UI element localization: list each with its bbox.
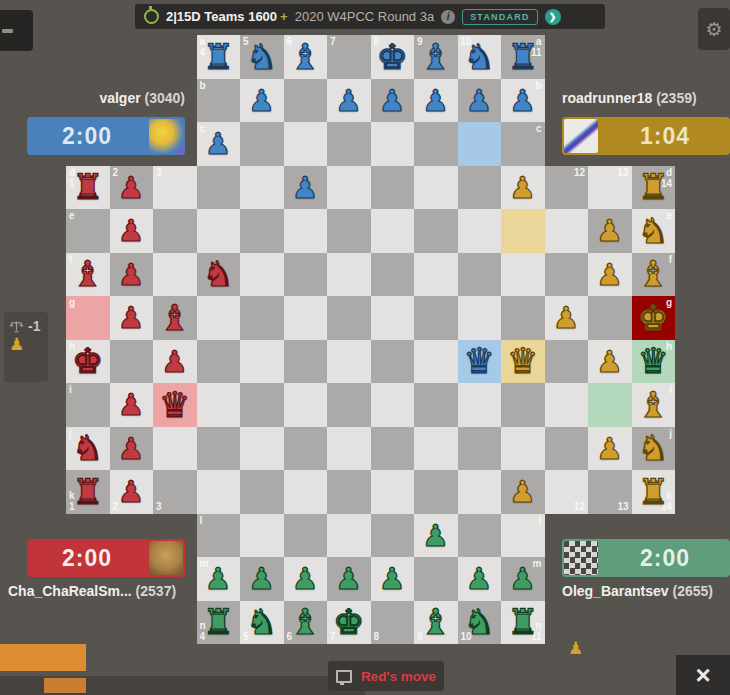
square-g11[interactable] — [501, 296, 545, 340]
green-bishop[interactable]: ♝ — [284, 601, 328, 645]
square-d2[interactable]: 2♟ — [110, 166, 154, 210]
red-rook[interactable]: ♜ — [66, 166, 110, 210]
square-k2[interactable]: 2♟ — [110, 470, 154, 514]
square-k6[interactable] — [284, 470, 328, 514]
yellow-queen[interactable]: ♛ — [501, 340, 545, 384]
close-button[interactable]: × — [676, 655, 730, 695]
square-l8[interactable] — [371, 514, 415, 558]
info-icon[interactable]: i — [441, 10, 455, 24]
event-name: 2020 W4PCC Round 3a — [295, 9, 434, 24]
square-d10[interactable] — [458, 166, 502, 210]
square-d4[interactable] — [197, 166, 241, 210]
blue-pawn[interactable]: ♟ — [414, 79, 458, 123]
yellow-pawn[interactable]: ♟ — [545, 296, 589, 340]
square-n5[interactable]: 5♞ — [240, 601, 284, 645]
square-i10[interactable] — [458, 383, 502, 427]
square-b11[interactable]: b♟ — [501, 79, 545, 123]
square-m5[interactable]: ♟ — [240, 557, 284, 601]
yellow-pawn[interactable]: ♟ — [501, 470, 545, 514]
square-g6[interactable] — [284, 296, 328, 340]
rating-plus: + — [280, 9, 288, 24]
square-j6[interactable] — [284, 427, 328, 471]
green-pawn[interactable]: ♟ — [458, 557, 502, 601]
square-g14[interactable]: g♚ — [632, 296, 676, 340]
blue-pawn[interactable]: ♟ — [501, 79, 545, 123]
square-h12[interactable] — [545, 340, 589, 384]
square-e9[interactable] — [414, 209, 458, 253]
scales-icon — [9, 320, 24, 333]
square-i12[interactable] — [545, 383, 589, 427]
square-c6[interactable] — [284, 122, 328, 166]
blue-pawn[interactable]: ♟ — [458, 79, 502, 123]
square-n7[interactable]: 7♚ — [327, 601, 371, 645]
coordinate-label: c — [536, 124, 542, 134]
green-pawn[interactable]: ♟ — [327, 557, 371, 601]
coordinate-label: 8 — [374, 632, 380, 642]
square-e8[interactable] — [371, 209, 415, 253]
square-h4[interactable] — [197, 340, 241, 384]
red-pawn[interactable]: ♟ — [110, 427, 154, 471]
square-k11[interactable]: ♟ — [501, 470, 545, 514]
square-a5[interactable]: 5♞ — [240, 35, 284, 79]
timer-icon — [144, 9, 159, 24]
square-l10[interactable] — [458, 514, 502, 558]
square-j10[interactable] — [458, 427, 502, 471]
square-n11[interactable]: n11♜ — [501, 601, 545, 645]
square-n10[interactable]: 10♞ — [458, 601, 502, 645]
red-bishop[interactable]: ♝ — [153, 296, 197, 340]
square-j8[interactable] — [371, 427, 415, 471]
square-f12[interactable] — [545, 253, 589, 297]
square-a7[interactable]: 7 — [327, 35, 371, 79]
square-j7[interactable] — [327, 427, 371, 471]
square-m9[interactable] — [414, 557, 458, 601]
square-h6[interactable] — [284, 340, 328, 384]
coordinate-label: b — [200, 81, 206, 91]
blue-pawn[interactable]: ♟ — [371, 79, 415, 123]
close-icon: × — [695, 660, 710, 691]
square-f14[interactable]: f♝ — [632, 253, 676, 297]
green-pawn[interactable]: ♟ — [284, 557, 328, 601]
square-m7[interactable]: ♟ — [327, 557, 371, 601]
chevron-right-icon[interactable]: ❯ — [545, 9, 561, 25]
turn-label: Red's move — [361, 669, 436, 684]
square-i7[interactable] — [327, 383, 371, 427]
square-g8[interactable] — [371, 296, 415, 340]
square-n8[interactable]: 8 — [371, 601, 415, 645]
green-rook[interactable]: ♜ — [197, 601, 241, 645]
square-i4[interactable] — [197, 383, 241, 427]
square-n9[interactable]: 9♝ — [414, 601, 458, 645]
square-g1[interactable]: g — [66, 296, 110, 340]
standard-badge: STANDARD — [462, 9, 537, 25]
square-j4[interactable] — [197, 427, 241, 471]
square-m10[interactable]: ♟ — [458, 557, 502, 601]
square-j14[interactable]: j♞ — [632, 427, 676, 471]
square-i13[interactable] — [588, 383, 632, 427]
square-k5[interactable] — [240, 470, 284, 514]
material-score: -1 — [28, 318, 40, 334]
square-f13[interactable]: ♟ — [588, 253, 632, 297]
blue-pawn[interactable]: ♟ — [240, 79, 284, 123]
square-m8[interactable]: ♟ — [371, 557, 415, 601]
red-pawn[interactable]: ♟ — [110, 166, 154, 210]
square-f10[interactable] — [458, 253, 502, 297]
square-e5[interactable] — [240, 209, 284, 253]
square-h5[interactable] — [240, 340, 284, 384]
green-bishop[interactable]: ♝ — [414, 601, 458, 645]
square-k3[interactable]: 3 — [153, 470, 197, 514]
square-k13[interactable]: 13 — [588, 470, 632, 514]
blue-pawn[interactable]: ♟ — [197, 122, 241, 166]
square-e1[interactable]: e — [66, 209, 110, 253]
bottom-panel-fragment — [0, 676, 365, 695]
square-e4[interactable] — [197, 209, 241, 253]
blue-bishop[interactable]: ♝ — [284, 35, 328, 79]
square-m4[interactable]: m♟ — [197, 557, 241, 601]
square-c4[interactable]: c♟ — [197, 122, 241, 166]
game-info-bar: 2|15D Teams 1600 + 2020 W4PCC Round 3a i… — [135, 4, 605, 29]
square-c7[interactable] — [327, 122, 371, 166]
red-pawn[interactable]: ♟ — [110, 296, 154, 340]
square-f6[interactable] — [284, 253, 328, 297]
coordinate-label: 7 — [330, 37, 336, 47]
square-a9[interactable]: 9♝ — [414, 35, 458, 79]
square-l7[interactable] — [327, 514, 371, 558]
square-f8[interactable] — [371, 253, 415, 297]
yellow-bishop[interactable]: ♝ — [632, 253, 676, 297]
square-m6[interactable]: ♟ — [284, 557, 328, 601]
square-h11[interactable]: ♛ — [501, 340, 545, 384]
blue-rook[interactable]: ♜ — [197, 35, 241, 79]
yellow-king[interactable]: ♚ — [632, 296, 676, 340]
square-d12[interactable]: 12 — [545, 166, 589, 210]
square-h8[interactable] — [371, 340, 415, 384]
yellow-knight[interactable]: ♞ — [632, 209, 676, 253]
square-c11[interactable]: c — [501, 122, 545, 166]
green-queen[interactable]: ♛ — [632, 340, 676, 384]
yellow-pawn-icon: ♟ — [568, 638, 583, 658]
red-pawn[interactable]: ♟ — [110, 383, 154, 427]
red-queen[interactable]: ♛ — [153, 383, 197, 427]
square-d7[interactable] — [327, 166, 371, 210]
square-g13[interactable] — [588, 296, 632, 340]
square-k8[interactable] — [371, 470, 415, 514]
square-d3[interactable]: 3 — [153, 166, 197, 210]
square-d13[interactable]: 13 — [588, 166, 632, 210]
red-knight[interactable]: ♞ — [66, 427, 110, 471]
square-f9[interactable] — [414, 253, 458, 297]
coordinate-label: 12 — [574, 168, 585, 178]
red-rook[interactable]: ♜ — [66, 470, 110, 514]
yellow-pawn[interactable]: ♟ — [588, 340, 632, 384]
blue-bishop[interactable]: ♝ — [414, 35, 458, 79]
square-a6[interactable]: 6♝ — [284, 35, 328, 79]
monitor-icon — [336, 670, 352, 683]
coordinate-label: l — [200, 516, 203, 526]
square-f3[interactable] — [153, 253, 197, 297]
red-pawn[interactable]: ♟ — [110, 209, 154, 253]
square-n6[interactable]: 6♝ — [284, 601, 328, 645]
yellow-pawn[interactable]: ♟ — [588, 253, 632, 297]
square-l9[interactable]: ♟ — [414, 514, 458, 558]
square-d6[interactable]: ♟ — [284, 166, 328, 210]
square-g4[interactable] — [197, 296, 241, 340]
green-pawn[interactable]: ♟ — [414, 514, 458, 558]
square-k1[interactable]: k1♜ — [66, 470, 110, 514]
square-f2[interactable]: ♟ — [110, 253, 154, 297]
coordinate-label: i — [69, 385, 72, 395]
square-b7[interactable]: ♟ — [327, 79, 371, 123]
square-g9[interactable] — [414, 296, 458, 340]
square-i14[interactable]: i♝ — [632, 383, 676, 427]
square-i2[interactable]: ♟ — [110, 383, 154, 427]
square-d5[interactable] — [240, 166, 284, 210]
chat-panel-fragment[interactable] — [0, 644, 86, 671]
square-g10[interactable] — [458, 296, 502, 340]
square-c9[interactable] — [414, 122, 458, 166]
square-n4[interactable]: n4♜ — [197, 601, 241, 645]
yellow-rook[interactable]: ♜ — [632, 470, 676, 514]
square-a11[interactable]: a11♜ — [501, 35, 545, 79]
settings-button[interactable]: ⚙ — [698, 8, 730, 50]
green-knight[interactable]: ♞ — [458, 601, 502, 645]
square-a10[interactable]: 10♞ — [458, 35, 502, 79]
square-k10[interactable] — [458, 470, 502, 514]
green-rook[interactable]: ♜ — [501, 601, 545, 645]
square-d8[interactable] — [371, 166, 415, 210]
square-g7[interactable] — [327, 296, 371, 340]
coordinate-label: 12 — [574, 502, 585, 512]
minus-icon — [2, 29, 13, 33]
square-e11[interactable] — [501, 209, 545, 253]
captured-yellow-pawn-icon: ♟ — [9, 334, 43, 354]
square-i8[interactable] — [371, 383, 415, 427]
square-e6[interactable] — [284, 209, 328, 253]
yellow-pawn[interactable]: ♟ — [501, 166, 545, 210]
coordinate-label: 13 — [617, 502, 628, 512]
square-i5[interactable] — [240, 383, 284, 427]
red-king[interactable]: ♚ — [66, 340, 110, 384]
square-l6[interactable] — [284, 514, 328, 558]
yellow-knight[interactable]: ♞ — [632, 427, 676, 471]
square-f1[interactable]: f♝ — [66, 253, 110, 297]
red-pawn[interactable]: ♟ — [110, 470, 154, 514]
square-j11[interactable] — [501, 427, 545, 471]
collapse-panel-button[interactable] — [0, 10, 33, 51]
square-e10[interactable] — [458, 209, 502, 253]
square-e12[interactable] — [545, 209, 589, 253]
square-e13[interactable]: ♟ — [588, 209, 632, 253]
material-indicator: -1 ♟ — [4, 312, 48, 382]
square-g2[interactable]: ♟ — [110, 296, 154, 340]
square-g12[interactable]: ♟ — [545, 296, 589, 340]
square-i1[interactable]: i — [66, 383, 110, 427]
coordinate-label: l — [539, 516, 542, 526]
square-j5[interactable] — [240, 427, 284, 471]
chess-board: a4♜5♞6♝78♚9♝10♞a11♜b♟♟♟♟♟b♟c♟cd1♜2♟3♟♟12… — [66, 35, 675, 644]
green-pawn[interactable]: ♟ — [371, 557, 415, 601]
yellow-pawn[interactable]: ♟ — [588, 209, 632, 253]
square-g5[interactable] — [240, 296, 284, 340]
square-b6[interactable] — [284, 79, 328, 123]
square-e3[interactable] — [153, 209, 197, 253]
blue-king[interactable]: ♚ — [371, 35, 415, 79]
blue-rook[interactable]: ♜ — [501, 35, 545, 79]
square-b10[interactable]: ♟ — [458, 79, 502, 123]
square-h2[interactable] — [110, 340, 154, 384]
square-m11[interactable]: m♟ — [501, 557, 545, 601]
square-j13[interactable]: ♟ — [588, 427, 632, 471]
square-l5[interactable] — [240, 514, 284, 558]
square-i6[interactable] — [284, 383, 328, 427]
coordinate-label: 3 — [156, 502, 162, 512]
square-h3[interactable]: ♟ — [153, 340, 197, 384]
square-f7[interactable] — [327, 253, 371, 297]
red-pawn[interactable]: ♟ — [110, 253, 154, 297]
yellow-rook[interactable]: ♜ — [632, 166, 676, 210]
square-e7[interactable] — [327, 209, 371, 253]
square-b8[interactable]: ♟ — [371, 79, 415, 123]
square-a8[interactable]: 8♚ — [371, 35, 415, 79]
square-e2[interactable]: ♟ — [110, 209, 154, 253]
square-k4[interactable] — [197, 470, 241, 514]
square-d1[interactable]: d1♜ — [66, 166, 110, 210]
player-rating-green: (2655) — [673, 583, 713, 599]
square-i11[interactable] — [501, 383, 545, 427]
square-h13[interactable]: ♟ — [588, 340, 632, 384]
square-j2[interactable]: ♟ — [110, 427, 154, 471]
square-e14[interactable]: e♞ — [632, 209, 676, 253]
yellow-pawn[interactable]: ♟ — [588, 427, 632, 471]
yellow-bishop[interactable]: ♝ — [632, 383, 676, 427]
square-i9[interactable] — [414, 383, 458, 427]
blue-queen[interactable]: ♛ — [458, 340, 502, 384]
square-h9[interactable] — [414, 340, 458, 384]
square-f5[interactable] — [240, 253, 284, 297]
square-d14[interactable]: d14♜ — [632, 166, 676, 210]
square-d11[interactable]: ♟ — [501, 166, 545, 210]
square-h14[interactable]: h♛ — [632, 340, 676, 384]
green-king[interactable]: ♚ — [327, 601, 371, 645]
square-b5[interactable]: ♟ — [240, 79, 284, 123]
bottom-panel-accent — [44, 678, 86, 693]
square-k14[interactable]: k14♜ — [632, 470, 676, 514]
square-f4[interactable]: ♞ — [197, 253, 241, 297]
coordinate-label: g — [69, 298, 75, 308]
turn-indicator: Red's move — [328, 661, 444, 691]
square-c5[interactable] — [240, 122, 284, 166]
square-f11[interactable] — [501, 253, 545, 297]
gear-icon: ⚙ — [705, 18, 722, 40]
square-j9[interactable] — [414, 427, 458, 471]
square-l4[interactable]: l — [197, 514, 241, 558]
coordinate-label: e — [69, 211, 75, 221]
square-l11[interactable]: l — [501, 514, 545, 558]
coordinate-label: 13 — [617, 168, 628, 178]
green-pawn[interactable]: ♟ — [197, 557, 241, 601]
blue-pawn[interactable]: ♟ — [327, 79, 371, 123]
square-k7[interactable] — [327, 470, 371, 514]
square-h1[interactable]: h♚ — [66, 340, 110, 384]
blue-pawn[interactable]: ♟ — [284, 166, 328, 210]
red-bishop[interactable]: ♝ — [66, 253, 110, 297]
green-pawn[interactable]: ♟ — [240, 557, 284, 601]
coordinate-label: 3 — [156, 168, 162, 178]
blue-knight[interactable]: ♞ — [458, 35, 502, 79]
blue-knight[interactable]: ♞ — [240, 35, 284, 79]
green-knight[interactable]: ♞ — [240, 601, 284, 645]
red-knight[interactable]: ♞ — [197, 253, 241, 297]
square-b4[interactable]: b — [197, 79, 241, 123]
square-j3[interactable] — [153, 427, 197, 471]
green-pawn[interactable]: ♟ — [501, 557, 545, 601]
square-c10[interactable] — [458, 122, 502, 166]
square-i3[interactable]: ♛ — [153, 383, 197, 427]
square-h10[interactable]: ♛ — [458, 340, 502, 384]
square-d9[interactable] — [414, 166, 458, 210]
square-b9[interactable]: ♟ — [414, 79, 458, 123]
square-a4[interactable]: a4♜ — [197, 35, 241, 79]
square-c8[interactable] — [371, 122, 415, 166]
red-pawn[interactable]: ♟ — [153, 340, 197, 384]
game-title: 2|15D Teams 1600 — [166, 9, 277, 24]
square-j1[interactable]: j♞ — [66, 427, 110, 471]
square-h7[interactable] — [327, 340, 371, 384]
square-k12[interactable]: 12 — [545, 470, 589, 514]
square-g3[interactable]: ♝ — [153, 296, 197, 340]
square-j12[interactable] — [545, 427, 589, 471]
square-k9[interactable] — [414, 470, 458, 514]
